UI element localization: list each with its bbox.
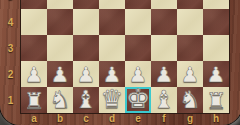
- white-rook: ♜: [206, 90, 227, 112]
- rank-label-5: 5: [8, 0, 14, 2]
- square-c1[interactable]: ♝: [73, 87, 99, 113]
- white-pawn: ♟: [155, 65, 174, 86]
- square-f2[interactable]: ♟: [151, 61, 177, 87]
- square-f1[interactable]: ♝: [151, 87, 177, 113]
- white-knight: ♞: [49, 89, 71, 112]
- file-label-d: d: [109, 113, 115, 124]
- square-d4[interactable]: [99, 9, 125, 35]
- chess-app-screen: 54321 ♟♟♟♟♟♟♟♟♜♞♝♛♚♝♞♜ abcdefgh: [0, 0, 240, 125]
- white-pawn: ♟: [207, 65, 226, 86]
- file-label-b: b: [57, 113, 63, 124]
- square-b5[interactable]: [47, 0, 73, 9]
- square-a1[interactable]: ♜: [21, 87, 47, 113]
- square-e1[interactable]: ♚: [125, 87, 151, 113]
- white-bishop: ♝: [153, 88, 175, 112]
- square-f5[interactable]: [151, 0, 177, 9]
- square-h5[interactable]: [203, 0, 229, 9]
- white-pawn: ♟: [51, 65, 70, 86]
- file-label-c: c: [83, 113, 89, 124]
- square-d5[interactable]: [99, 0, 125, 9]
- square-g1[interactable]: ♞: [177, 87, 203, 113]
- chess-board: ♟♟♟♟♟♟♟♟♜♞♝♛♚♝♞♜: [21, 0, 229, 113]
- white-rook: ♜: [24, 90, 45, 112]
- square-f3[interactable]: [151, 35, 177, 61]
- white-bishop: ♝: [75, 88, 97, 112]
- square-e4[interactable]: [125, 9, 151, 35]
- file-label-f: f: [162, 113, 165, 124]
- white-queen: ♛: [100, 87, 123, 112]
- rank-label-3: 3: [8, 43, 14, 54]
- square-g3[interactable]: [177, 35, 203, 61]
- square-h1[interactable]: ♜: [203, 87, 229, 113]
- square-g5[interactable]: [177, 0, 203, 9]
- square-e3[interactable]: [125, 35, 151, 61]
- square-h2[interactable]: ♟: [203, 61, 229, 87]
- square-a3[interactable]: [21, 35, 47, 61]
- square-c4[interactable]: [73, 9, 99, 35]
- white-pawn: ♟: [77, 65, 96, 86]
- rank-label-1: 1: [8, 95, 14, 106]
- square-g4[interactable]: [177, 9, 203, 35]
- square-b2[interactable]: ♟: [47, 61, 73, 87]
- white-pawn: ♟: [103, 65, 122, 86]
- white-king: ♚: [126, 86, 150, 112]
- white-pawn: ♟: [181, 65, 200, 86]
- square-h3[interactable]: [203, 35, 229, 61]
- square-e2[interactable]: ♟: [125, 61, 151, 87]
- square-d3[interactable]: [99, 35, 125, 61]
- square-c5[interactable]: [73, 0, 99, 9]
- square-e5[interactable]: [125, 0, 151, 9]
- square-f4[interactable]: [151, 9, 177, 35]
- file-labels: abcdefgh: [21, 112, 229, 125]
- rank-labels: 54321: [0, 0, 21, 113]
- square-g2[interactable]: ♟: [177, 61, 203, 87]
- rank-label-2: 2: [8, 69, 14, 80]
- square-d1[interactable]: ♛: [99, 87, 125, 113]
- square-c3[interactable]: [73, 35, 99, 61]
- file-label-a: a: [31, 113, 37, 124]
- square-b1[interactable]: ♞: [47, 87, 73, 113]
- white-knight: ♞: [179, 89, 201, 112]
- white-pawn: ♟: [25, 65, 44, 86]
- file-label-e: e: [135, 113, 141, 124]
- square-c2[interactable]: ♟: [73, 61, 99, 87]
- white-pawn: ♟: [129, 65, 148, 86]
- square-a4[interactable]: [21, 9, 47, 35]
- square-a2[interactable]: ♟: [21, 61, 47, 87]
- square-b3[interactable]: [47, 35, 73, 61]
- file-label-h: h: [213, 113, 219, 124]
- square-d2[interactable]: ♟: [99, 61, 125, 87]
- file-label-g: g: [187, 113, 193, 124]
- square-b4[interactable]: [47, 9, 73, 35]
- rank-label-4: 4: [8, 17, 14, 28]
- square-a5[interactable]: [21, 0, 47, 9]
- square-h4[interactable]: [203, 9, 229, 35]
